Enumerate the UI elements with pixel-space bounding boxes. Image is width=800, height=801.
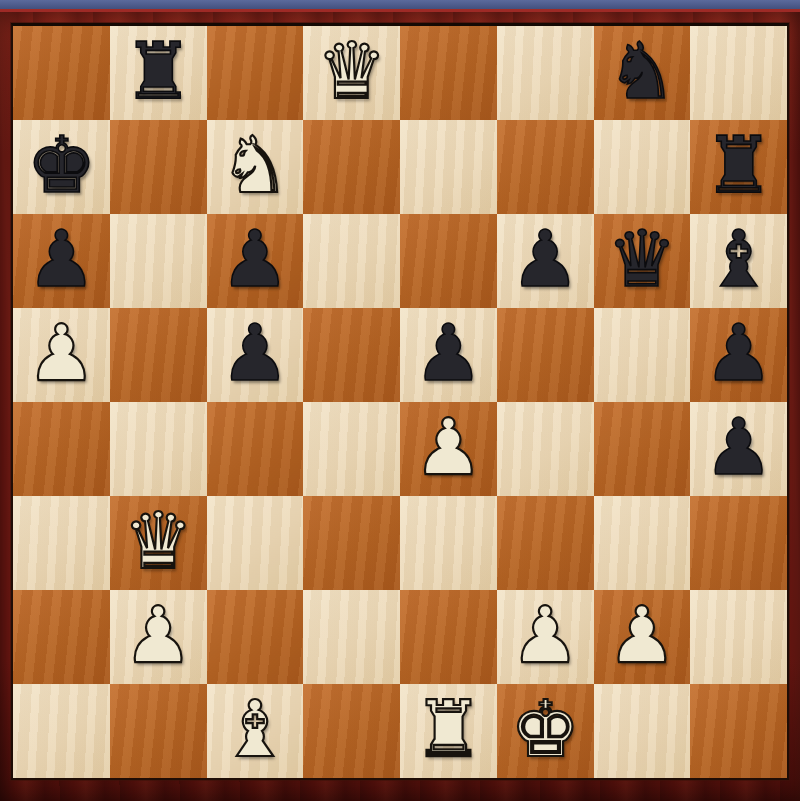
square-f1[interactable]: ♚ [497, 684, 594, 778]
piece-white-pawn[interactable]: ♟ [26, 314, 96, 392]
square-c8[interactable] [207, 26, 304, 120]
square-d8[interactable]: ♛ [303, 26, 400, 120]
piece-white-pawn[interactable]: ♟ [123, 596, 193, 674]
square-f5[interactable] [497, 308, 594, 402]
square-g7[interactable] [594, 120, 691, 214]
piece-black-pawn[interactable]: ♟ [220, 314, 290, 392]
piece-white-pawn[interactable]: ♟ [510, 596, 580, 674]
square-e7[interactable] [400, 120, 497, 214]
square-b3[interactable]: ♛ [110, 496, 207, 590]
square-b1[interactable] [110, 684, 207, 778]
piece-black-king[interactable]: ♚ [26, 126, 96, 204]
square-d4[interactable] [303, 402, 400, 496]
square-g4[interactable] [594, 402, 691, 496]
square-c2[interactable] [207, 590, 304, 684]
piece-white-rook[interactable]: ♜ [413, 690, 483, 768]
piece-black-pawn[interactable]: ♟ [26, 220, 96, 298]
square-h3[interactable] [690, 496, 787, 590]
square-f2[interactable]: ♟ [497, 590, 594, 684]
square-g5[interactable] [594, 308, 691, 402]
chess-app-screen: ♜♛♞♚♞♜♟♟♟♛♝♟♟♟♟♟♟♛♟♟♟♝♜♚ [0, 0, 800, 801]
square-b6[interactable] [110, 214, 207, 308]
piece-black-pawn[interactable]: ♟ [510, 220, 580, 298]
piece-black-rook[interactable]: ♜ [123, 32, 193, 110]
square-e1[interactable]: ♜ [400, 684, 497, 778]
square-g1[interactable] [594, 684, 691, 778]
square-d1[interactable] [303, 684, 400, 778]
square-a5[interactable]: ♟ [13, 308, 110, 402]
square-e8[interactable] [400, 26, 497, 120]
square-d2[interactable] [303, 590, 400, 684]
square-f6[interactable]: ♟ [497, 214, 594, 308]
square-d5[interactable] [303, 308, 400, 402]
square-a4[interactable] [13, 402, 110, 496]
piece-white-king[interactable]: ♚ [510, 690, 580, 768]
piece-white-pawn[interactable]: ♟ [607, 596, 677, 674]
piece-black-pawn[interactable]: ♟ [413, 314, 483, 392]
square-c4[interactable] [207, 402, 304, 496]
square-b5[interactable] [110, 308, 207, 402]
square-b7[interactable] [110, 120, 207, 214]
piece-black-queen[interactable]: ♛ [607, 220, 677, 298]
square-h2[interactable] [690, 590, 787, 684]
square-e6[interactable] [400, 214, 497, 308]
square-a3[interactable] [13, 496, 110, 590]
square-d6[interactable] [303, 214, 400, 308]
square-h8[interactable] [690, 26, 787, 120]
square-c1[interactable]: ♝ [207, 684, 304, 778]
piece-white-pawn[interactable]: ♟ [413, 408, 483, 486]
piece-white-queen[interactable]: ♛ [123, 502, 193, 580]
square-h6[interactable]: ♝ [690, 214, 787, 308]
piece-black-pawn[interactable]: ♟ [704, 408, 774, 486]
piece-black-knight[interactable]: ♞ [607, 32, 677, 110]
square-e3[interactable] [400, 496, 497, 590]
square-h4[interactable]: ♟ [690, 402, 787, 496]
piece-white-knight[interactable]: ♞ [220, 126, 290, 204]
square-g2[interactable]: ♟ [594, 590, 691, 684]
square-e4[interactable]: ♟ [400, 402, 497, 496]
square-f4[interactable] [497, 402, 594, 496]
square-b2[interactable]: ♟ [110, 590, 207, 684]
square-a6[interactable]: ♟ [13, 214, 110, 308]
square-f3[interactable] [497, 496, 594, 590]
square-g8[interactable]: ♞ [594, 26, 691, 120]
square-g3[interactable] [594, 496, 691, 590]
square-f8[interactable] [497, 26, 594, 120]
square-b4[interactable] [110, 402, 207, 496]
window-top-strip [0, 0, 800, 9]
square-c7[interactable]: ♞ [207, 120, 304, 214]
piece-black-rook[interactable]: ♜ [704, 126, 774, 204]
square-a8[interactable] [13, 26, 110, 120]
square-e2[interactable] [400, 590, 497, 684]
square-a1[interactable] [13, 684, 110, 778]
chess-board[interactable]: ♜♛♞♚♞♜♟♟♟♛♝♟♟♟♟♟♟♛♟♟♟♝♜♚ [11, 23, 789, 780]
piece-white-bishop[interactable]: ♝ [220, 690, 290, 768]
square-b8[interactable]: ♜ [110, 26, 207, 120]
square-d3[interactable] [303, 496, 400, 590]
square-c5[interactable]: ♟ [207, 308, 304, 402]
square-g6[interactable]: ♛ [594, 214, 691, 308]
piece-black-pawn[interactable]: ♟ [220, 220, 290, 298]
piece-white-queen[interactable]: ♛ [317, 32, 387, 110]
piece-black-bishop[interactable]: ♝ [704, 220, 774, 298]
square-c6[interactable]: ♟ [207, 214, 304, 308]
square-e5[interactable]: ♟ [400, 308, 497, 402]
square-h7[interactable]: ♜ [690, 120, 787, 214]
square-c3[interactable] [207, 496, 304, 590]
piece-black-pawn[interactable]: ♟ [704, 314, 774, 392]
square-a7[interactable]: ♚ [13, 120, 110, 214]
square-h1[interactable] [690, 684, 787, 778]
square-d7[interactable] [303, 120, 400, 214]
square-f7[interactable] [497, 120, 594, 214]
square-a2[interactable] [13, 590, 110, 684]
square-h5[interactable]: ♟ [690, 308, 787, 402]
board-frame: ♜♛♞♚♞♜♟♟♟♛♝♟♟♟♟♟♟♛♟♟♟♝♜♚ [0, 12, 800, 801]
